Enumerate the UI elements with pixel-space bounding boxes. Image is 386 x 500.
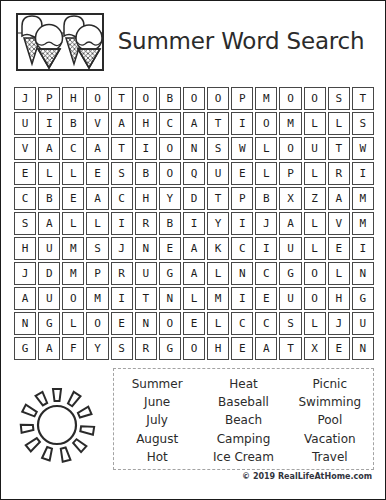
- grid-cell[interactable]: O: [183, 337, 205, 360]
- grid-cell[interactable]: O: [279, 137, 301, 160]
- grid-cell[interactable]: A: [86, 187, 108, 210]
- grid-cell[interactable]: U: [279, 287, 301, 310]
- grid-cell[interactable]: N: [183, 137, 205, 160]
- word-list-item: Swimming: [287, 393, 373, 411]
- grid-cell[interactable]: A: [38, 212, 60, 235]
- grid-cell[interactable]: E: [159, 237, 181, 260]
- grid-cell[interactable]: R: [111, 262, 133, 285]
- grid-cell[interactable]: E: [255, 287, 277, 310]
- grid-cell[interactable]: N: [159, 287, 181, 310]
- grid-cell[interactable]: T: [352, 87, 374, 110]
- grid-cell[interactable]: Y: [159, 187, 181, 210]
- grid-cell[interactable]: B: [135, 162, 157, 185]
- grid-cell[interactable]: I: [255, 237, 277, 260]
- grid-cell[interactable]: T: [328, 137, 350, 160]
- grid-cell[interactable]: J: [255, 212, 277, 235]
- grid-cell[interactable]: M: [279, 112, 301, 135]
- grid-cell[interactable]: L: [304, 212, 326, 235]
- grid-cell[interactable]: M: [352, 212, 374, 235]
- grid-cell[interactable]: O: [159, 312, 181, 335]
- grid-cell[interactable]: M: [255, 87, 277, 110]
- grid-cell[interactable]: M: [86, 287, 108, 310]
- grid-cell[interactable]: A: [111, 112, 133, 135]
- grid-cell[interactable]: R: [135, 337, 157, 360]
- grid-cell[interactable]: P: [231, 187, 253, 210]
- grid-cell[interactable]: U: [38, 287, 60, 310]
- grid-cell[interactable]: P: [38, 87, 60, 110]
- grid-cell[interactable]: H: [328, 287, 350, 310]
- grid-cell[interactable]: O: [279, 87, 301, 110]
- word-list-item: June: [114, 393, 200, 411]
- grid-cell[interactable]: O: [304, 287, 326, 310]
- grid-cell[interactable]: X: [279, 187, 301, 210]
- grid-cell[interactable]: P: [231, 87, 253, 110]
- grid-cell[interactable]: D: [38, 262, 60, 285]
- grid-cell[interactable]: R: [328, 162, 350, 185]
- grid-cell[interactable]: S: [111, 162, 133, 185]
- grid-cell[interactable]: J: [111, 237, 133, 260]
- grid-cell[interactable]: L: [328, 112, 350, 135]
- grid-cell[interactable]: L: [62, 312, 84, 335]
- grid-cell[interactable]: A: [183, 262, 205, 285]
- grid-cell[interactable]: L: [255, 137, 277, 160]
- grid-cell[interactable]: T: [207, 112, 229, 135]
- grid-cell[interactable]: M: [62, 262, 84, 285]
- grid-cell[interactable]: A: [279, 212, 301, 235]
- grid-cell[interactable]: J: [328, 312, 350, 335]
- grid-cell[interactable]: S: [14, 212, 36, 235]
- grid-cell[interactable]: N: [14, 312, 36, 335]
- grid-cell[interactable]: E: [328, 237, 350, 260]
- grid-cell[interactable]: P: [279, 162, 301, 185]
- grid-cell[interactable]: I: [183, 212, 205, 235]
- grid-cell[interactable]: I: [135, 137, 157, 160]
- grid-cell[interactable]: A: [86, 137, 108, 160]
- grid-cell[interactable]: G: [38, 312, 60, 335]
- worksheet-page: Summer Word Search JPHOTOBOOPMOOSTUIBVAH…: [0, 0, 386, 500]
- grid-cell[interactable]: I: [231, 287, 253, 310]
- grid-cell[interactable]: L: [328, 262, 350, 285]
- grid-cell[interactable]: O: [207, 87, 229, 110]
- grid-cell[interactable]: U: [304, 137, 326, 160]
- grid-cell[interactable]: I: [111, 287, 133, 310]
- grid-cell[interactable]: U: [135, 262, 157, 285]
- grid-cell[interactable]: U: [14, 112, 36, 135]
- grid-cell[interactable]: S: [86, 237, 108, 260]
- grid-cell[interactable]: U: [207, 162, 229, 185]
- word-list-item: Vacation: [287, 430, 373, 448]
- word-list-item: Beach: [200, 411, 286, 429]
- grid-cell[interactable]: W: [352, 137, 374, 160]
- grid-cell[interactable]: R: [135, 212, 157, 235]
- grid-cell[interactable]: I: [231, 212, 253, 235]
- copyright-text: © 2019 RealLifeAtHome.com: [242, 472, 372, 481]
- grid-cell[interactable]: L: [304, 312, 326, 335]
- grid-cell[interactable]: N: [135, 237, 157, 260]
- grid-cell[interactable]: I: [352, 162, 374, 185]
- grid-cell[interactable]: S: [207, 137, 229, 160]
- grid-cell[interactable]: S: [279, 312, 301, 335]
- grid-cell[interactable]: H: [207, 337, 229, 360]
- page-title: Summer Word Search: [107, 28, 375, 54]
- grid-cell[interactable]: M: [62, 237, 84, 260]
- grid-cell[interactable]: U: [38, 237, 60, 260]
- word-list-item: Summer: [114, 375, 200, 393]
- grid-cell[interactable]: C: [14, 187, 36, 210]
- grid-cell[interactable]: H: [135, 187, 157, 210]
- word-list-item: Ice Cream: [200, 448, 286, 466]
- grid-cell[interactable]: U: [279, 237, 301, 260]
- grid-cell[interactable]: M: [352, 187, 374, 210]
- grid-cell[interactable]: C: [62, 137, 84, 160]
- grid-cell[interactable]: L: [304, 237, 326, 260]
- grid-cell[interactable]: A: [14, 287, 36, 310]
- grid-cell[interactable]: N: [352, 262, 374, 285]
- grid-cell[interactable]: C: [231, 312, 253, 335]
- grid-cell[interactable]: G: [14, 337, 36, 360]
- grid-cell[interactable]: V: [328, 212, 350, 235]
- grid-cell[interactable]: O: [183, 87, 205, 110]
- grid-cell[interactable]: O: [159, 162, 181, 185]
- word-column: PicnicSwimmingPoolVacationTravel: [287, 369, 373, 466]
- grid-cell[interactable]: A: [255, 337, 277, 360]
- sun-icon: [7, 375, 107, 479]
- grid-cell[interactable]: X: [304, 337, 326, 360]
- grid-cell[interactable]: L: [86, 212, 108, 235]
- grid-cell[interactable]: I: [38, 112, 60, 135]
- grid-cell[interactable]: T: [111, 87, 133, 110]
- grid-cell[interactable]: H: [14, 237, 36, 260]
- grid-cell[interactable]: E: [183, 312, 205, 335]
- grid-cell[interactable]: L: [38, 162, 60, 185]
- grid-cell[interactable]: H: [62, 87, 84, 110]
- word-list-box: SummerJuneJulyAugustHot HeatBaseballBeac…: [113, 368, 374, 470]
- grid-cell[interactable]: G: [279, 262, 301, 285]
- grid-cell[interactable]: V: [14, 137, 36, 160]
- grid-cell[interactable]: E: [328, 337, 350, 360]
- grid-cell[interactable]: T: [111, 137, 133, 160]
- grid-cell[interactable]: L: [207, 312, 229, 335]
- grid-cell[interactable]: K: [207, 237, 229, 260]
- grid-cell[interactable]: O: [135, 87, 157, 110]
- grid-cell[interactable]: J: [14, 262, 36, 285]
- grid-cell[interactable]: T: [135, 287, 157, 310]
- grid-cell[interactable]: O: [304, 87, 326, 110]
- grid-cell[interactable]: T: [207, 187, 229, 210]
- grid-cell[interactable]: Z: [304, 187, 326, 210]
- grid-cell[interactable]: E: [14, 162, 36, 185]
- grid-cell[interactable]: G: [352, 287, 374, 310]
- grid-cell[interactable]: A: [328, 187, 350, 210]
- word-column: HeatBaseballBeachCampingIce Cream: [200, 369, 286, 466]
- word-list-item: August: [114, 430, 200, 448]
- grid-cell[interactable]: I: [111, 212, 133, 235]
- grid-cell[interactable]: G: [159, 262, 181, 285]
- grid-cell[interactable]: L: [304, 112, 326, 135]
- word-list-item: Camping: [200, 430, 286, 448]
- grid-cell[interactable]: A: [38, 137, 60, 160]
- grid-cell[interactable]: Q: [183, 162, 205, 185]
- grid-cell[interactable]: C: [231, 237, 253, 260]
- grid-cell[interactable]: S: [111, 337, 133, 360]
- grid-cell[interactable]: C: [111, 187, 133, 210]
- grid-cell[interactable]: P: [86, 262, 108, 285]
- grid-cell[interactable]: O: [62, 287, 84, 310]
- word-list-item: Baseball: [200, 393, 286, 411]
- grid-cell[interactable]: D: [183, 187, 205, 210]
- grid-cell[interactable]: F: [62, 337, 84, 360]
- word-list-item: Hot: [114, 448, 200, 466]
- grid-cell[interactable]: N: [135, 312, 157, 335]
- grid-cell[interactable]: S: [328, 87, 350, 110]
- grid-cell[interactable]: B: [255, 187, 277, 210]
- grid-cell[interactable]: N: [231, 262, 253, 285]
- grid-cell[interactable]: O: [86, 312, 108, 335]
- word-list-item: Heat: [200, 375, 286, 393]
- grid-cell[interactable]: O: [159, 137, 181, 160]
- word-list-item: Travel: [287, 448, 373, 466]
- word-list-item: Pool: [287, 411, 373, 429]
- grid-cell[interactable]: L: [207, 262, 229, 285]
- grid-cell[interactable]: B: [159, 87, 181, 110]
- grid-cell[interactable]: O: [86, 87, 108, 110]
- grid-cell[interactable]: A: [38, 337, 60, 360]
- grid-cell[interactable]: O: [255, 112, 277, 135]
- grid-cell[interactable]: N: [352, 337, 374, 360]
- grid-cell[interactable]: T: [279, 337, 301, 360]
- word-grid: JPHOTOBOOPMOOSTUIBVAHCATIOMLLSVACATIONSW…: [14, 87, 374, 360]
- grid-cell[interactable]: G: [159, 337, 181, 360]
- grid-cell[interactable]: Y: [207, 212, 229, 235]
- grid-cell[interactable]: B: [38, 187, 60, 210]
- grid-cell[interactable]: B: [62, 112, 84, 135]
- word-list-item: Picnic: [287, 375, 373, 393]
- grid-cell[interactable]: V: [86, 112, 108, 135]
- grid-cell[interactable]: Y: [86, 337, 108, 360]
- grid-cell[interactable]: L: [183, 287, 205, 310]
- grid-cell[interactable]: L: [304, 162, 326, 185]
- grid-cell[interactable]: U: [352, 312, 374, 335]
- grid-cell[interactable]: L: [62, 212, 84, 235]
- grid-cell[interactable]: E: [231, 162, 253, 185]
- grid-cell[interactable]: H: [135, 112, 157, 135]
- grid-cell[interactable]: E: [231, 337, 253, 360]
- grid-cell[interactable]: C: [159, 112, 181, 135]
- grid-cell[interactable]: M: [207, 287, 229, 310]
- grid-cell[interactable]: C: [255, 262, 277, 285]
- grid-cell[interactable]: S: [352, 112, 374, 135]
- grid-cell[interactable]: E: [111, 312, 133, 335]
- grid-cell[interactable]: W: [231, 137, 253, 160]
- grid-cell[interactable]: I: [352, 237, 374, 260]
- grid-cell[interactable]: O: [304, 262, 326, 285]
- grid-cell[interactable]: L: [255, 162, 277, 185]
- ice-cream-cones-icon: [16, 13, 104, 71]
- grid-cell[interactable]: B: [159, 212, 181, 235]
- grid-cell[interactable]: J: [14, 87, 36, 110]
- grid-cell[interactable]: A: [183, 237, 205, 260]
- grid-cell[interactable]: A: [183, 112, 205, 135]
- grid-cell[interactable]: C: [255, 312, 277, 335]
- grid-cell[interactable]: I: [231, 112, 253, 135]
- word-column: SummerJuneJulyAugustHot: [114, 369, 200, 466]
- grid-cell[interactable]: E: [86, 162, 108, 185]
- grid-cell[interactable]: E: [62, 187, 84, 210]
- word-list-item: July: [114, 411, 200, 429]
- grid-cell[interactable]: L: [62, 162, 84, 185]
